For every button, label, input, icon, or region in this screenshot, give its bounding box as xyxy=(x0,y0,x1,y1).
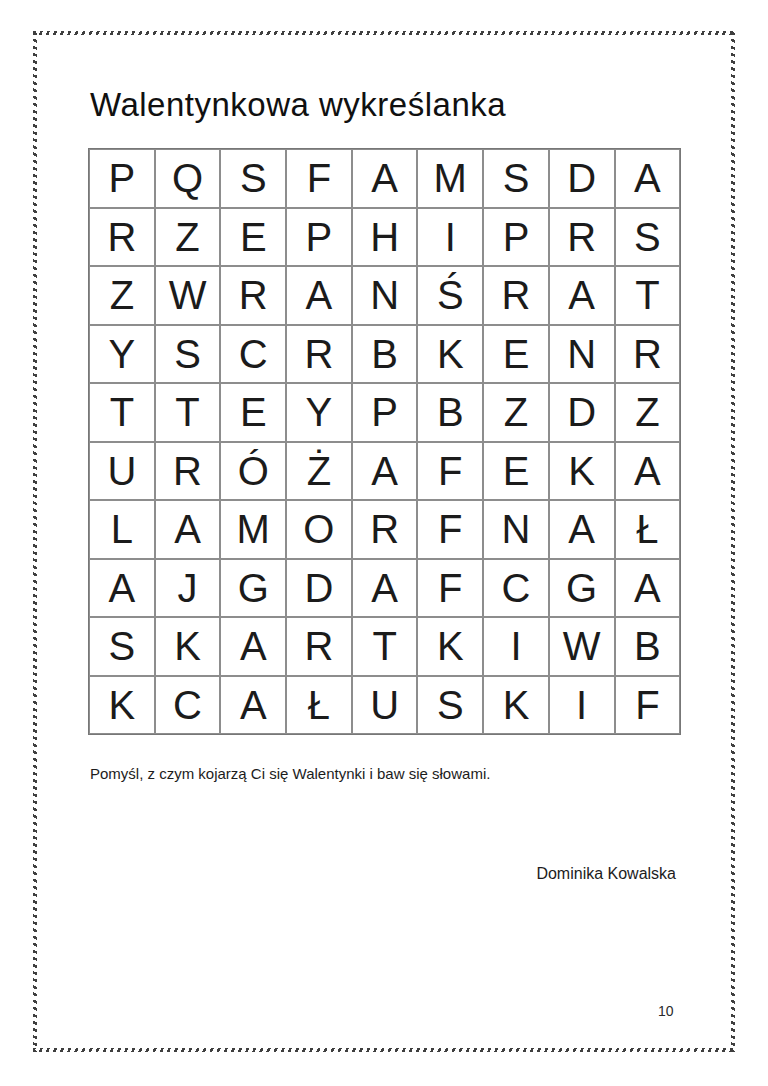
grid-cell: K xyxy=(549,442,615,501)
grid-cell: T xyxy=(89,383,155,442)
grid-cell: G xyxy=(549,559,615,618)
grid-cell: I xyxy=(549,676,615,735)
grid-cell: P xyxy=(352,383,418,442)
page-border-left xyxy=(33,31,37,1052)
grid-cell: B xyxy=(615,617,681,676)
grid-cell: O xyxy=(286,500,352,559)
grid-cell: N xyxy=(549,325,615,384)
grid-cell: A xyxy=(89,559,155,618)
grid-cell: Ł xyxy=(615,500,681,559)
grid-cell: L xyxy=(89,500,155,559)
grid-cell: T xyxy=(155,383,221,442)
grid-cell: F xyxy=(417,442,483,501)
grid-cell: R xyxy=(89,208,155,267)
grid-cell: K xyxy=(417,617,483,676)
grid-cell: A xyxy=(352,442,418,501)
grid-cell: R xyxy=(155,442,221,501)
grid-cell: F xyxy=(286,149,352,208)
grid-cell: D xyxy=(549,383,615,442)
grid-cell: T xyxy=(352,617,418,676)
grid-cell: S xyxy=(155,325,221,384)
grid-cell: Q xyxy=(155,149,221,208)
grid-cell: E xyxy=(483,325,549,384)
page-border-right xyxy=(731,31,735,1052)
grid-cell: C xyxy=(155,676,221,735)
grid-cell: W xyxy=(155,266,221,325)
grid-cell: W xyxy=(549,617,615,676)
grid-cell: K xyxy=(483,676,549,735)
grid-cell: Ś xyxy=(417,266,483,325)
grid-cell: S xyxy=(483,149,549,208)
grid-cell: U xyxy=(89,442,155,501)
grid-cell: S xyxy=(220,149,286,208)
grid-cell: M xyxy=(220,500,286,559)
grid-cell: Z xyxy=(615,383,681,442)
grid-cell: A xyxy=(155,500,221,559)
grid-cell: K xyxy=(417,325,483,384)
grid-cell: B xyxy=(417,383,483,442)
grid-cell: A xyxy=(615,149,681,208)
grid-cell: S xyxy=(615,208,681,267)
grid-cell: H xyxy=(352,208,418,267)
instruction-text: Pomyśl, z czym kojarzą Ci się Walentynki… xyxy=(90,765,490,782)
grid-cell: U xyxy=(352,676,418,735)
grid-cell: N xyxy=(352,266,418,325)
grid-cell: B xyxy=(352,325,418,384)
grid-cell: K xyxy=(89,676,155,735)
grid-cell: F xyxy=(615,676,681,735)
grid-cell: E xyxy=(483,442,549,501)
grid-cell: S xyxy=(417,676,483,735)
grid-cell: E xyxy=(220,383,286,442)
grid-cell: Z xyxy=(89,266,155,325)
grid-cell: R xyxy=(286,325,352,384)
grid-cell: R xyxy=(286,617,352,676)
grid-cell: F xyxy=(417,559,483,618)
grid-cell: P xyxy=(483,208,549,267)
grid-cell: Y xyxy=(286,383,352,442)
word-search-grid: PQSFAMSDARZEPHIPRSZWRANŚRATYSCRBKENRTTEY… xyxy=(88,148,681,735)
grid-cell: Z xyxy=(155,208,221,267)
grid-cell: A xyxy=(549,500,615,559)
grid-cell: C xyxy=(483,559,549,618)
grid-cell: M xyxy=(417,149,483,208)
grid-cell: S xyxy=(89,617,155,676)
page-number: 10 xyxy=(658,1003,674,1019)
grid-cell: P xyxy=(286,208,352,267)
grid-cell: R xyxy=(483,266,549,325)
grid-cell: I xyxy=(483,617,549,676)
grid-cell: N xyxy=(483,500,549,559)
grid-cell: K xyxy=(155,617,221,676)
grid-cell: A xyxy=(220,676,286,735)
grid-cell: G xyxy=(220,559,286,618)
grid-cell: A xyxy=(286,266,352,325)
grid-cell: R xyxy=(615,325,681,384)
page-title: Walentynkowa wykreślanka xyxy=(90,86,506,124)
page-border-top xyxy=(33,31,735,35)
grid-cell: J xyxy=(155,559,221,618)
grid-cell: I xyxy=(417,208,483,267)
grid-cell: A xyxy=(352,559,418,618)
grid-cell: Y xyxy=(89,325,155,384)
grid-cell: Ó xyxy=(220,442,286,501)
grid-cell: D xyxy=(549,149,615,208)
grid-cell: Z xyxy=(483,383,549,442)
grid-cell: Ł xyxy=(286,676,352,735)
grid-cell: A xyxy=(352,149,418,208)
grid-cell: R xyxy=(352,500,418,559)
page-border-bottom xyxy=(33,1048,735,1052)
author-name: Dominika Kowalska xyxy=(536,865,676,883)
grid-cell: C xyxy=(220,325,286,384)
grid-cell: Ż xyxy=(286,442,352,501)
grid-cell: A xyxy=(615,559,681,618)
grid-cell: A xyxy=(220,617,286,676)
grid-cell: A xyxy=(615,442,681,501)
grid-cell: T xyxy=(615,266,681,325)
grid-cell: F xyxy=(417,500,483,559)
grid-cell: P xyxy=(89,149,155,208)
grid-cell: R xyxy=(220,266,286,325)
grid-cell: E xyxy=(220,208,286,267)
grid-cell: D xyxy=(286,559,352,618)
grid-cell: R xyxy=(549,208,615,267)
grid-cell: A xyxy=(549,266,615,325)
